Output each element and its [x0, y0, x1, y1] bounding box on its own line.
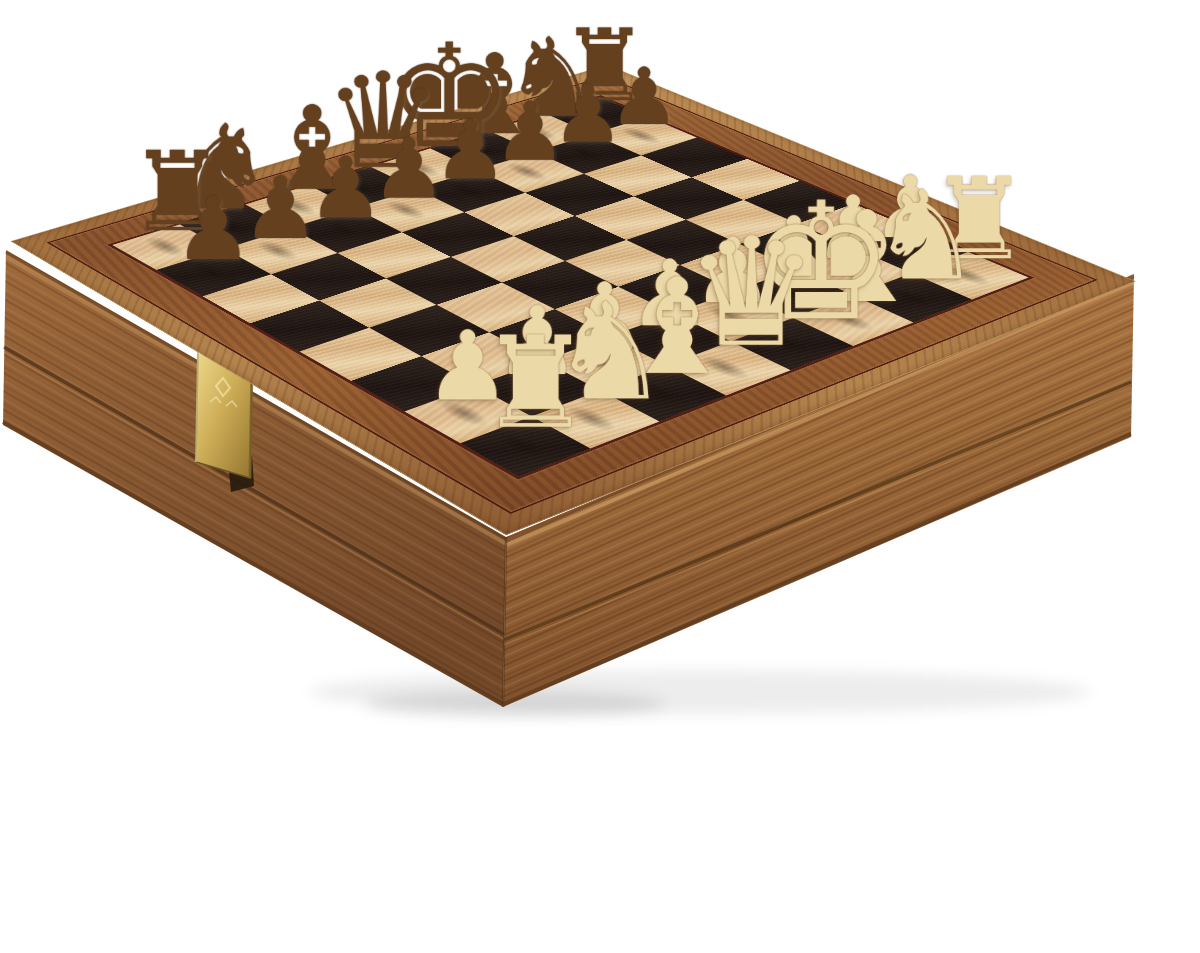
photo-stage: ♜♟♟♜♞♟♟♞♝♟♟♝♚♟♟♚♛♟♟♛♝♟♟♝♞♟♟♞♜♟♟♜ — [0, 0, 1200, 953]
floor-shadow — [310, 670, 1090, 717]
black-pawn: ♟ — [173, 185, 255, 272]
white-rook: ♜ — [479, 319, 571, 445]
